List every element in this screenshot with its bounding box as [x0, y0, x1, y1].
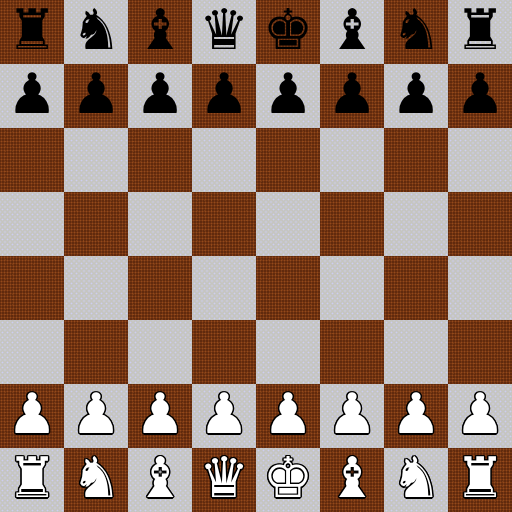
square-c3[interactable] [128, 320, 192, 384]
square-h5[interactable] [448, 192, 512, 256]
white-knight-piece: ♞ [391, 448, 441, 510]
black-knight-piece: ♞ [71, 0, 121, 62]
square-e8[interactable]: ♚ [256, 0, 320, 64]
square-e1[interactable]: ♚ [256, 448, 320, 512]
square-g3[interactable] [384, 320, 448, 384]
black-bishop-piece: ♝ [327, 0, 377, 62]
black-queen-piece: ♛ [199, 0, 249, 62]
black-king-piece: ♚ [263, 0, 313, 62]
square-b3[interactable] [64, 320, 128, 384]
square-b1[interactable]: ♞ [64, 448, 128, 512]
square-e5[interactable] [256, 192, 320, 256]
white-pawn-piece: ♟ [71, 384, 121, 446]
white-rook-piece: ♜ [455, 448, 505, 510]
square-c6[interactable] [128, 128, 192, 192]
white-pawn-piece: ♟ [135, 384, 185, 446]
black-rook-piece: ♜ [455, 0, 505, 62]
square-a4[interactable] [0, 256, 64, 320]
black-pawn-piece: ♟ [199, 64, 249, 126]
square-d7[interactable]: ♟ [192, 64, 256, 128]
white-pawn-piece: ♟ [455, 384, 505, 446]
black-pawn-piece: ♟ [7, 64, 57, 126]
square-h4[interactable] [448, 256, 512, 320]
square-e2[interactable]: ♟ [256, 384, 320, 448]
white-pawn-piece: ♟ [199, 384, 249, 446]
square-f7[interactable]: ♟ [320, 64, 384, 128]
square-d2[interactable]: ♟ [192, 384, 256, 448]
white-knight-piece: ♞ [71, 448, 121, 510]
square-h6[interactable] [448, 128, 512, 192]
square-f8[interactable]: ♝ [320, 0, 384, 64]
square-d8[interactable]: ♛ [192, 0, 256, 64]
white-bishop-piece: ♝ [135, 448, 185, 510]
square-g5[interactable] [384, 192, 448, 256]
square-b8[interactable]: ♞ [64, 0, 128, 64]
square-b5[interactable] [64, 192, 128, 256]
white-bishop-piece: ♝ [327, 448, 377, 510]
square-f1[interactable]: ♝ [320, 448, 384, 512]
white-pawn-piece: ♟ [263, 384, 313, 446]
square-b7[interactable]: ♟ [64, 64, 128, 128]
square-f5[interactable] [320, 192, 384, 256]
square-c4[interactable] [128, 256, 192, 320]
square-e7[interactable]: ♟ [256, 64, 320, 128]
square-g4[interactable] [384, 256, 448, 320]
square-a3[interactable] [0, 320, 64, 384]
black-pawn-piece: ♟ [263, 64, 313, 126]
square-f4[interactable] [320, 256, 384, 320]
black-pawn-piece: ♟ [455, 64, 505, 126]
black-pawn-piece: ♟ [327, 64, 377, 126]
square-d4[interactable] [192, 256, 256, 320]
square-a5[interactable] [0, 192, 64, 256]
square-g1[interactable]: ♞ [384, 448, 448, 512]
white-king-piece: ♚ [263, 448, 313, 510]
white-pawn-piece: ♟ [327, 384, 377, 446]
square-c5[interactable] [128, 192, 192, 256]
square-d1[interactable]: ♛ [192, 448, 256, 512]
square-c1[interactable]: ♝ [128, 448, 192, 512]
black-pawn-piece: ♟ [71, 64, 121, 126]
square-c8[interactable]: ♝ [128, 0, 192, 64]
white-pawn-piece: ♟ [391, 384, 441, 446]
square-h2[interactable]: ♟ [448, 384, 512, 448]
black-pawn-piece: ♟ [391, 64, 441, 126]
white-queen-piece: ♛ [199, 448, 249, 510]
square-h1[interactable]: ♜ [448, 448, 512, 512]
square-c7[interactable]: ♟ [128, 64, 192, 128]
square-f3[interactable] [320, 320, 384, 384]
square-a1[interactable]: ♜ [0, 448, 64, 512]
square-a8[interactable]: ♜ [0, 0, 64, 64]
square-a2[interactable]: ♟ [0, 384, 64, 448]
black-pawn-piece: ♟ [135, 64, 185, 126]
square-e4[interactable] [256, 256, 320, 320]
square-h7[interactable]: ♟ [448, 64, 512, 128]
square-a7[interactable]: ♟ [0, 64, 64, 128]
square-c2[interactable]: ♟ [128, 384, 192, 448]
black-knight-piece: ♞ [391, 0, 441, 62]
square-e3[interactable] [256, 320, 320, 384]
square-f6[interactable] [320, 128, 384, 192]
square-b6[interactable] [64, 128, 128, 192]
square-e6[interactable] [256, 128, 320, 192]
black-bishop-piece: ♝ [135, 0, 185, 62]
square-b2[interactable]: ♟ [64, 384, 128, 448]
square-h3[interactable] [448, 320, 512, 384]
white-pawn-piece: ♟ [7, 384, 57, 446]
square-g6[interactable] [384, 128, 448, 192]
chess-board: ♜♞♝♛♚♝♞♜♟♟♟♟♟♟♟♟♟♟♟♟♟♟♟♟♜♞♝♛♚♝♞♜ [0, 0, 512, 512]
square-g8[interactable]: ♞ [384, 0, 448, 64]
white-rook-piece: ♜ [7, 448, 57, 510]
black-rook-piece: ♜ [7, 0, 57, 62]
square-d5[interactable] [192, 192, 256, 256]
square-d6[interactable] [192, 128, 256, 192]
square-f2[interactable]: ♟ [320, 384, 384, 448]
square-b4[interactable] [64, 256, 128, 320]
square-g7[interactable]: ♟ [384, 64, 448, 128]
square-g2[interactable]: ♟ [384, 384, 448, 448]
square-d3[interactable] [192, 320, 256, 384]
square-h8[interactable]: ♜ [448, 0, 512, 64]
square-a6[interactable] [0, 128, 64, 192]
